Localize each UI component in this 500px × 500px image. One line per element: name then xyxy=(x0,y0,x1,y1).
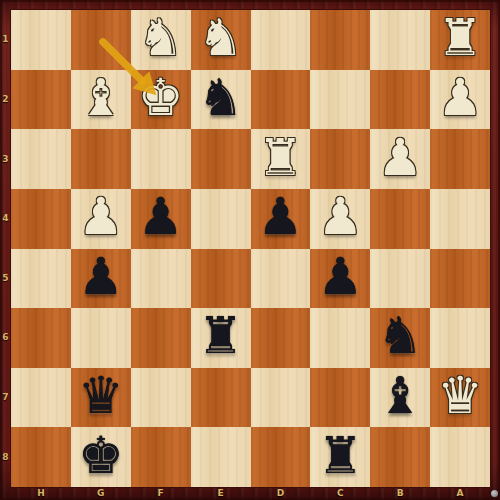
square-b8[interactable] xyxy=(370,427,430,487)
square-g8[interactable]: ♚ xyxy=(71,427,131,487)
square-a8[interactable] xyxy=(430,427,490,487)
square-a7[interactable]: ♛ xyxy=(430,368,490,428)
square-b6[interactable]: ♞ xyxy=(370,308,430,368)
piece-white-knight-e1[interactable]: ♞ xyxy=(198,12,244,63)
square-b4[interactable] xyxy=(370,189,430,249)
chess-board: ♞♞♜♝♚♞♟♜♟♟♟♟♟♟♟♜♞♛♝♛♚♜ xyxy=(11,10,490,487)
square-b7[interactable]: ♝ xyxy=(370,368,430,428)
square-b5[interactable] xyxy=(370,249,430,309)
square-f4[interactable]: ♟ xyxy=(131,189,191,249)
square-d8[interactable] xyxy=(251,427,311,487)
square-d3[interactable]: ♜ xyxy=(251,129,311,189)
file-label-e: E xyxy=(211,488,231,498)
square-d1[interactable] xyxy=(251,10,311,70)
piece-white-pawn-c4[interactable]: ♟ xyxy=(317,191,363,242)
square-g6[interactable] xyxy=(71,308,131,368)
file-label-a: A xyxy=(450,488,470,498)
piece-black-pawn-g5[interactable]: ♟ xyxy=(78,251,124,302)
square-a5[interactable] xyxy=(430,249,490,309)
piece-black-queen-g7[interactable]: ♛ xyxy=(78,370,124,421)
square-d5[interactable] xyxy=(251,249,311,309)
square-h3[interactable] xyxy=(11,129,71,189)
square-d6[interactable] xyxy=(251,308,311,368)
square-e7[interactable] xyxy=(191,368,251,428)
square-g3[interactable] xyxy=(71,129,131,189)
piece-white-rook-a1[interactable]: ♜ xyxy=(437,12,483,63)
square-f2[interactable]: ♚ xyxy=(131,70,191,130)
square-c3[interactable] xyxy=(310,129,370,189)
square-e8[interactable] xyxy=(191,427,251,487)
square-h5[interactable] xyxy=(11,249,71,309)
piece-black-pawn-f4[interactable]: ♟ xyxy=(138,191,184,242)
piece-white-pawn-g4[interactable]: ♟ xyxy=(78,191,124,242)
rank-label-7: 7 xyxy=(0,392,11,402)
square-a2[interactable]: ♟ xyxy=(430,70,490,130)
piece-white-rook-d3[interactable]: ♜ xyxy=(258,132,304,183)
square-g1[interactable] xyxy=(71,10,131,70)
file-label-c: C xyxy=(330,488,350,498)
rank-label-8: 8 xyxy=(0,452,11,462)
square-a6[interactable] xyxy=(430,308,490,368)
piece-white-knight-f1[interactable]: ♞ xyxy=(138,12,184,63)
square-e5[interactable] xyxy=(191,249,251,309)
square-h6[interactable] xyxy=(11,308,71,368)
square-d2[interactable] xyxy=(251,70,311,130)
piece-white-king-f2[interactable]: ♚ xyxy=(138,72,184,123)
piece-black-rook-c8[interactable]: ♜ xyxy=(317,430,363,481)
square-c8[interactable]: ♜ xyxy=(310,427,370,487)
piece-black-rook-e6[interactable]: ♜ xyxy=(198,310,244,361)
chess-board-window: ♞♞♜♝♚♞♟♜♟♟♟♟♟♟♟♜♞♛♝♛♚♜ 12345678HGFEDCBA xyxy=(0,0,500,500)
square-b2[interactable] xyxy=(370,70,430,130)
square-g4[interactable]: ♟ xyxy=(71,189,131,249)
corner-indicator-dot xyxy=(491,490,498,497)
square-c1[interactable] xyxy=(310,10,370,70)
file-label-h: H xyxy=(31,488,51,498)
square-e1[interactable]: ♞ xyxy=(191,10,251,70)
square-h2[interactable] xyxy=(11,70,71,130)
square-a4[interactable] xyxy=(430,189,490,249)
piece-black-knight-e2[interactable]: ♞ xyxy=(198,72,244,123)
piece-white-pawn-a2[interactable]: ♟ xyxy=(437,72,483,123)
rank-label-4: 4 xyxy=(0,213,11,223)
piece-black-pawn-d4[interactable]: ♟ xyxy=(258,191,304,242)
square-d7[interactable] xyxy=(251,368,311,428)
square-c2[interactable] xyxy=(310,70,370,130)
piece-black-king-g8[interactable]: ♚ xyxy=(78,430,124,481)
square-h7[interactable] xyxy=(11,368,71,428)
square-c5[interactable]: ♟ xyxy=(310,249,370,309)
square-f3[interactable] xyxy=(131,129,191,189)
rank-label-5: 5 xyxy=(0,273,11,283)
piece-white-pawn-b3[interactable]: ♟ xyxy=(377,132,423,183)
file-label-b: B xyxy=(390,488,410,498)
file-label-d: D xyxy=(270,488,290,498)
square-f5[interactable] xyxy=(131,249,191,309)
square-c7[interactable] xyxy=(310,368,370,428)
rank-label-1: 1 xyxy=(0,34,11,44)
square-a1[interactable]: ♜ xyxy=(430,10,490,70)
piece-black-bishop-b7[interactable]: ♝ xyxy=(377,370,423,421)
square-h4[interactable] xyxy=(11,189,71,249)
square-f6[interactable] xyxy=(131,308,191,368)
square-f1[interactable]: ♞ xyxy=(131,10,191,70)
rank-label-2: 2 xyxy=(0,94,11,104)
square-f7[interactable] xyxy=(131,368,191,428)
board-frame: ♞♞♜♝♚♞♟♜♟♟♟♟♟♟♟♜♞♛♝♛♚♜ 12345678HGFEDCBA xyxy=(0,0,500,500)
square-d4[interactable]: ♟ xyxy=(251,189,311,249)
square-c4[interactable]: ♟ xyxy=(310,189,370,249)
piece-black-pawn-c5[interactable]: ♟ xyxy=(317,251,363,302)
square-a3[interactable] xyxy=(430,129,490,189)
square-e3[interactable] xyxy=(191,129,251,189)
square-e2[interactable]: ♞ xyxy=(191,70,251,130)
square-g5[interactable]: ♟ xyxy=(71,249,131,309)
rank-label-3: 3 xyxy=(0,154,11,164)
square-b3[interactable]: ♟ xyxy=(370,129,430,189)
rank-label-6: 6 xyxy=(0,332,11,342)
square-h1[interactable] xyxy=(11,10,71,70)
square-g2[interactable]: ♝ xyxy=(71,70,131,130)
square-e4[interactable] xyxy=(191,189,251,249)
square-h8[interactable] xyxy=(11,427,71,487)
piece-white-bishop-g2[interactable]: ♝ xyxy=(78,72,124,123)
square-c6[interactable] xyxy=(310,308,370,368)
square-b1[interactable] xyxy=(370,10,430,70)
piece-black-knight-b6[interactable]: ♞ xyxy=(377,310,423,361)
file-label-g: G xyxy=(91,488,111,498)
piece-white-queen-a7[interactable]: ♛ xyxy=(437,370,483,421)
square-f8[interactable] xyxy=(131,427,191,487)
square-g7[interactable]: ♛ xyxy=(71,368,131,428)
file-label-f: F xyxy=(151,488,171,498)
square-e6[interactable]: ♜ xyxy=(191,308,251,368)
